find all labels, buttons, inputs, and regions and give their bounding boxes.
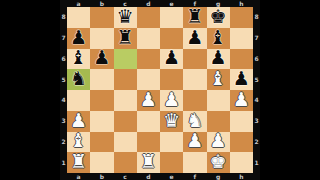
rank-label-7: 7 [60, 28, 67, 49]
square-h2[interactable] [230, 132, 253, 153]
square-e6[interactable]: ♟ [160, 49, 183, 70]
black-rook-icon: ♜ [186, 7, 203, 26]
square-f8[interactable]: ♜ [183, 7, 206, 28]
square-b7[interactable] [90, 28, 113, 49]
square-d3[interactable] [137, 111, 160, 132]
square-f5[interactable] [183, 69, 206, 90]
square-g7[interactable]: ♝ [207, 28, 230, 49]
black-bishop-icon: ♝ [70, 49, 87, 68]
white-pawn-icon: ♟ [186, 132, 203, 151]
square-a7[interactable]: ♟ [67, 28, 90, 49]
file-label-b: b [90, 0, 113, 7]
white-king-icon: ♚ [210, 152, 227, 171]
square-a3[interactable]: ♟ [67, 111, 90, 132]
square-e2[interactable] [160, 132, 183, 153]
square-e1[interactable] [160, 152, 183, 173]
rank-label-6: 6 [253, 49, 260, 70]
file-label-f: f [183, 173, 206, 180]
file-labels-top: abcdefgh [67, 0, 253, 7]
black-king-icon: ♚ [210, 7, 227, 26]
square-e8[interactable] [160, 7, 183, 28]
file-label-b: b [90, 173, 113, 180]
square-h7[interactable] [230, 28, 253, 49]
rank-labels-right: 87654321 [253, 7, 260, 173]
file-label-e: e [160, 173, 183, 180]
square-d6[interactable] [137, 49, 160, 70]
square-c4[interactable] [114, 90, 137, 111]
square-f4[interactable] [183, 90, 206, 111]
square-c6[interactable] [114, 49, 137, 70]
square-f7[interactable]: ♟ [183, 28, 206, 49]
file-label-d: d [137, 0, 160, 7]
rank-label-2: 2 [60, 132, 67, 153]
square-b1[interactable] [90, 152, 113, 173]
rank-label-6: 6 [60, 49, 67, 70]
rank-label-2: 2 [253, 132, 260, 153]
square-g3[interactable] [207, 111, 230, 132]
white-rook-icon: ♜ [70, 152, 87, 171]
square-b3[interactable] [90, 111, 113, 132]
black-pawn-icon: ♟ [186, 28, 203, 47]
square-a6[interactable]: ♝ [67, 49, 90, 70]
square-h4[interactable]: ♟ [230, 90, 253, 111]
white-pawn-icon: ♟ [210, 132, 227, 151]
file-label-h: h [230, 0, 253, 7]
white-rook-icon: ♜ [140, 152, 157, 171]
file-labels-bottom: abcdefgh [67, 173, 253, 180]
square-a4[interactable] [67, 90, 90, 111]
square-e7[interactable] [160, 28, 183, 49]
white-pawn-icon: ♟ [163, 90, 180, 109]
square-d5[interactable] [137, 69, 160, 90]
square-b6[interactable]: ♟ [90, 49, 113, 70]
rank-label-8: 8 [253, 7, 260, 28]
square-c1[interactable] [114, 152, 137, 173]
square-g8[interactable]: ♚ [207, 7, 230, 28]
square-g5[interactable]: ♝ [207, 69, 230, 90]
rank-label-8: 8 [60, 7, 67, 28]
file-label-a: a [67, 173, 90, 180]
square-a8[interactable] [67, 7, 90, 28]
file-label-d: d [137, 173, 160, 180]
square-h8[interactable] [230, 7, 253, 28]
rank-label-4: 4 [60, 90, 67, 111]
letterbox-right [260, 0, 320, 180]
rank-label-1: 1 [253, 152, 260, 173]
square-a5[interactable]: ♞ [67, 69, 90, 90]
file-label-h: h [230, 173, 253, 180]
square-c5[interactable] [114, 69, 137, 90]
white-bishop-icon: ♝ [70, 132, 87, 151]
chessboard-frame: abcdefgh 87654321 ♛♜♚♟♜♟♝♝♟♟♟♞♝♟♟♟♟♟♛♞♝♟… [60, 0, 260, 180]
square-g4[interactable] [207, 90, 230, 111]
square-d4[interactable]: ♟ [137, 90, 160, 111]
black-pawn-icon: ♟ [233, 69, 250, 88]
square-c8[interactable]: ♛ [114, 7, 137, 28]
black-pawn-icon: ♟ [210, 49, 227, 68]
rank-label-4: 4 [253, 90, 260, 111]
square-f1[interactable] [183, 152, 206, 173]
square-e4[interactable]: ♟ [160, 90, 183, 111]
square-f6[interactable] [183, 49, 206, 70]
square-f3[interactable]: ♞ [183, 111, 206, 132]
rank-label-3: 3 [253, 111, 260, 132]
file-label-g: g [207, 0, 230, 7]
black-pawn-icon: ♟ [93, 49, 110, 68]
white-pawn-icon: ♟ [70, 111, 87, 130]
black-bishop-icon: ♝ [210, 28, 227, 47]
white-pawn-icon: ♟ [140, 90, 157, 109]
square-g6[interactable]: ♟ [207, 49, 230, 70]
file-label-c: c [114, 173, 137, 180]
letterbox-left [0, 0, 60, 180]
square-h1[interactable] [230, 152, 253, 173]
square-d2[interactable] [137, 132, 160, 153]
file-label-a: a [67, 0, 90, 7]
square-c3[interactable] [114, 111, 137, 132]
square-c7[interactable]: ♜ [114, 28, 137, 49]
square-b4[interactable] [90, 90, 113, 111]
square-f2[interactable]: ♟ [183, 132, 206, 153]
file-label-e: e [160, 0, 183, 7]
square-h3[interactable] [230, 111, 253, 132]
square-c2[interactable] [114, 132, 137, 153]
black-rook-icon: ♜ [117, 28, 134, 47]
square-d1[interactable]: ♜ [137, 152, 160, 173]
square-d7[interactable] [137, 28, 160, 49]
black-queen-icon: ♛ [117, 7, 134, 26]
rank-labels-left: 87654321 [60, 7, 67, 173]
file-label-g: g [207, 173, 230, 180]
black-pawn-icon: ♟ [70, 28, 87, 47]
rank-label-3: 3 [60, 111, 67, 132]
square-b8[interactable] [90, 7, 113, 28]
screen: abcdefgh 87654321 ♛♜♚♟♜♟♝♝♟♟♟♞♝♟♟♟♟♟♛♞♝♟… [0, 0, 320, 180]
rank-label-1: 1 [60, 152, 67, 173]
square-g1[interactable]: ♚ [207, 152, 230, 173]
square-a1[interactable]: ♜ [67, 152, 90, 173]
file-label-c: c [114, 0, 137, 7]
white-pawn-icon: ♟ [233, 90, 250, 109]
square-e5[interactable] [160, 69, 183, 90]
square-h6[interactable] [230, 49, 253, 70]
black-knight-icon: ♞ [70, 69, 87, 88]
rank-label-5: 5 [60, 69, 67, 90]
white-knight-icon: ♞ [186, 111, 203, 130]
chessboard: ♛♜♚♟♜♟♝♝♟♟♟♞♝♟♟♟♟♟♛♞♝♟♟♜♜♚ [67, 7, 253, 173]
rank-label-5: 5 [253, 69, 260, 90]
white-queen-icon: ♛ [163, 111, 180, 130]
black-pawn-icon: ♟ [163, 49, 180, 68]
square-e3[interactable]: ♛ [160, 111, 183, 132]
white-bishop-icon: ♝ [210, 69, 227, 88]
rank-label-7: 7 [253, 28, 260, 49]
square-b5[interactable] [90, 69, 113, 90]
square-h5[interactable]: ♟ [230, 69, 253, 90]
square-g2[interactable]: ♟ [207, 132, 230, 153]
file-label-f: f [183, 0, 206, 7]
square-d8[interactable] [137, 7, 160, 28]
square-b2[interactable] [90, 132, 113, 153]
square-a2[interactable]: ♝ [67, 132, 90, 153]
